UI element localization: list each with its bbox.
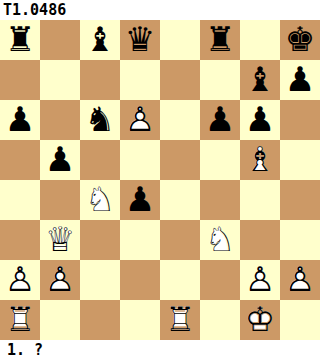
black-pawn-piece[interactable]: ♟ <box>280 60 320 100</box>
square-f5[interactable] <box>200 140 240 180</box>
square-h1[interactable] <box>280 300 320 340</box>
square-e3[interactable] <box>160 220 200 260</box>
white-pawn-piece[interactable]: ♟♙ <box>280 260 320 300</box>
status-bar: 1. ? <box>0 340 320 360</box>
white-knight-piece-outline: ♘ <box>200 220 240 260</box>
black-pawn-piece[interactable]: ♟ <box>240 100 280 140</box>
square-e5[interactable] <box>160 140 200 180</box>
square-g6[interactable]: ♟ <box>240 100 280 140</box>
black-queen-piece[interactable]: ♛ <box>120 20 160 60</box>
square-f6[interactable]: ♟ <box>200 100 240 140</box>
square-h6[interactable] <box>280 100 320 140</box>
black-pawn-piece[interactable]: ♟ <box>40 140 80 180</box>
white-rook-piece-outline: ♖ <box>0 300 40 340</box>
square-g2[interactable]: ♟♙ <box>240 260 280 300</box>
square-d1[interactable] <box>120 300 160 340</box>
square-f7[interactable] <box>200 60 240 100</box>
square-f2[interactable] <box>200 260 240 300</box>
square-a1[interactable]: ♜♖ <box>0 300 40 340</box>
square-b1[interactable] <box>40 300 80 340</box>
white-knight-piece[interactable]: ♞♘ <box>80 180 120 220</box>
square-c4[interactable]: ♞♘ <box>80 180 120 220</box>
white-king-piece-outline: ♔ <box>240 300 280 340</box>
square-a5[interactable] <box>0 140 40 180</box>
square-b7[interactable] <box>40 60 80 100</box>
square-c6[interactable]: ♞ <box>80 100 120 140</box>
square-f1[interactable] <box>200 300 240 340</box>
white-pawn-piece[interactable]: ♟♙ <box>0 260 40 300</box>
square-b8[interactable] <box>40 20 80 60</box>
square-h3[interactable] <box>280 220 320 260</box>
square-h5[interactable] <box>280 140 320 180</box>
white-pawn-piece-outline: ♙ <box>120 100 160 140</box>
square-d4[interactable]: ♟ <box>120 180 160 220</box>
square-f3[interactable]: ♞♘ <box>200 220 240 260</box>
white-rook-piece[interactable]: ♜♖ <box>160 300 200 340</box>
square-e2[interactable] <box>160 260 200 300</box>
square-g5[interactable]: ♝♗ <box>240 140 280 180</box>
white-king-piece[interactable]: ♚♔ <box>240 300 280 340</box>
square-h4[interactable] <box>280 180 320 220</box>
square-d5[interactable] <box>120 140 160 180</box>
black-rook-piece[interactable]: ♜ <box>0 20 40 60</box>
white-pawn-piece-outline: ♙ <box>240 260 280 300</box>
white-pawn-piece-outline: ♙ <box>0 260 40 300</box>
square-f8[interactable]: ♜ <box>200 20 240 60</box>
square-b4[interactable] <box>40 180 80 220</box>
square-b6[interactable] <box>40 100 80 140</box>
white-knight-piece[interactable]: ♞♘ <box>200 220 240 260</box>
white-pawn-piece-outline: ♙ <box>280 260 320 300</box>
square-e4[interactable] <box>160 180 200 220</box>
white-pawn-piece[interactable]: ♟♙ <box>240 260 280 300</box>
black-bishop-piece[interactable]: ♝ <box>240 60 280 100</box>
square-b5[interactable]: ♟ <box>40 140 80 180</box>
square-d7[interactable] <box>120 60 160 100</box>
square-g7[interactable]: ♝ <box>240 60 280 100</box>
black-rook-piece[interactable]: ♜ <box>200 20 240 60</box>
white-rook-piece[interactable]: ♜♖ <box>0 300 40 340</box>
square-h8[interactable]: ♚ <box>280 20 320 60</box>
square-a7[interactable] <box>0 60 40 100</box>
square-a8[interactable]: ♜ <box>0 20 40 60</box>
square-c1[interactable] <box>80 300 120 340</box>
white-bishop-piece-outline: ♗ <box>240 140 280 180</box>
square-h7[interactable]: ♟ <box>280 60 320 100</box>
square-c3[interactable] <box>80 220 120 260</box>
square-g8[interactable] <box>240 20 280 60</box>
square-d8[interactable]: ♛ <box>120 20 160 60</box>
square-a2[interactable]: ♟♙ <box>0 260 40 300</box>
black-bishop-piece[interactable]: ♝ <box>80 20 120 60</box>
white-pawn-piece-outline: ♙ <box>40 260 80 300</box>
square-e7[interactable] <box>160 60 200 100</box>
square-b2[interactable]: ♟♙ <box>40 260 80 300</box>
black-knight-piece[interactable]: ♞ <box>80 100 120 140</box>
square-e8[interactable] <box>160 20 200 60</box>
square-d6[interactable]: ♟♙ <box>120 100 160 140</box>
square-g1[interactable]: ♚♔ <box>240 300 280 340</box>
square-h2[interactable]: ♟♙ <box>280 260 320 300</box>
white-queen-piece[interactable]: ♛♕ <box>40 220 80 260</box>
black-pawn-piece[interactable]: ♟ <box>0 100 40 140</box>
square-a3[interactable] <box>0 220 40 260</box>
puzzle-id: T1.0486 <box>3 1 66 19</box>
square-g3[interactable] <box>240 220 280 260</box>
white-knight-piece-outline: ♘ <box>80 180 120 220</box>
square-d3[interactable] <box>120 220 160 260</box>
square-d2[interactable] <box>120 260 160 300</box>
square-g4[interactable] <box>240 180 280 220</box>
black-pawn-piece[interactable]: ♟ <box>120 180 160 220</box>
white-rook-piece-outline: ♖ <box>160 300 200 340</box>
move-prompt: 1. ? <box>7 341 43 359</box>
square-e1[interactable]: ♜♖ <box>160 300 200 340</box>
white-bishop-piece[interactable]: ♝♗ <box>240 140 280 180</box>
square-a6[interactable]: ♟ <box>0 100 40 140</box>
square-f4[interactable] <box>200 180 240 220</box>
square-c7[interactable] <box>80 60 120 100</box>
square-b3[interactable]: ♛♕ <box>40 220 80 260</box>
white-pawn-piece[interactable]: ♟♙ <box>120 100 160 140</box>
chess-board: ♜♝♛♜♚♝♟♟♞♟♙♟♟♟♝♗♞♘♟♛♕♞♘♟♙♟♙♟♙♟♙♜♖♜♖♚♔ <box>0 20 320 340</box>
square-c5[interactable] <box>80 140 120 180</box>
black-king-piece[interactable]: ♚ <box>280 20 320 60</box>
title-bar: T1.0486 <box>0 0 320 20</box>
square-e6[interactable] <box>160 100 200 140</box>
square-c2[interactable] <box>80 260 120 300</box>
white-queen-piece-outline: ♕ <box>40 220 80 260</box>
square-c8[interactable]: ♝ <box>80 20 120 60</box>
white-pawn-piece[interactable]: ♟♙ <box>40 260 80 300</box>
square-a4[interactable] <box>0 180 40 220</box>
black-pawn-piece[interactable]: ♟ <box>200 100 240 140</box>
